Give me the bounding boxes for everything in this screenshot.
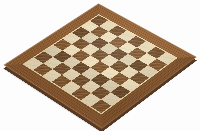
product-photo-stage bbox=[0, 0, 200, 131]
board-playing-field bbox=[24, 15, 175, 113]
chess-board bbox=[4, 3, 197, 128]
